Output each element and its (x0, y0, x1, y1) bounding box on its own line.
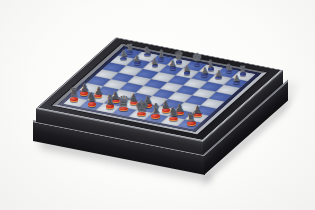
piece-black-pawn: ♟ (170, 59, 177, 70)
piece-black-pawn: ♟ (152, 57, 159, 68)
piece-white-knight: ♞ (169, 106, 178, 121)
piece-black-bishop: ♝ (158, 49, 164, 61)
white-queen-figure: ♛ (117, 94, 131, 109)
white-knight-figure: ♞ (86, 91, 97, 104)
piece-black-pawn: ♟ (120, 49, 127, 60)
piece-white-queen: ♛ (119, 94, 128, 112)
black-pawn-figure: ♟ (201, 66, 209, 75)
piece-white-king: ♚ (137, 98, 146, 117)
piece-black-pawn: ♟ (184, 64, 191, 75)
black-pawn-figure: ♟ (233, 73, 241, 82)
white-rook-figure: ♜ (186, 111, 196, 123)
piece-white-bishop: ♝ (151, 102, 160, 118)
black-pawn-figure: ♟ (169, 59, 177, 68)
white-bishop-figure: ♝ (149, 102, 162, 116)
piece-black-knight: ♞ (226, 62, 232, 73)
black-king-figure: ♚ (192, 52, 202, 64)
product-photo-scene: ♜♞♝♛♚♝♞♜♟♟♟♟♟♟♟♟♟♟♟♟♟♟♟♟♜♞♝♛♚♝♞♜ (0, 0, 315, 210)
pieces-layer: ♜♞♝♛♚♝♞♜♟♟♟♟♟♟♟♟♟♟♟♟♟♟♟♟♜♞♝♛♚♝♞♜ (0, 0, 315, 210)
piece-black-king: ♚ (194, 52, 200, 66)
piece-white-rook: ♜ (70, 87, 79, 101)
white-bishop-figure: ♝ (104, 92, 116, 106)
black-knight-figure: ♞ (143, 45, 151, 54)
white-king-figure: ♚ (135, 98, 149, 114)
black-knight-figure: ♞ (225, 62, 233, 71)
piece-white-knight: ♞ (88, 91, 97, 106)
piece-black-pawn: ♟ (134, 54, 141, 65)
black-pawn-figure: ♟ (119, 49, 127, 58)
black-pawn-figure: ♟ (215, 69, 223, 78)
white-knight-figure: ♞ (168, 106, 179, 119)
piece-black-pawn: ♟ (215, 69, 222, 80)
piece-black-pawn: ♟ (233, 74, 240, 85)
piece-white-rook: ♜ (187, 112, 196, 126)
black-pawn-figure: ♟ (183, 64, 191, 72)
white-rook-figure: ♜ (69, 87, 80, 99)
black-pawn-figure: ♟ (133, 54, 141, 63)
piece-black-pawn: ♟ (201, 66, 208, 77)
piece-white-bishop: ♝ (106, 93, 115, 109)
black-pawn-figure: ♟ (151, 56, 159, 65)
piece-black-knight: ♞ (144, 45, 150, 56)
